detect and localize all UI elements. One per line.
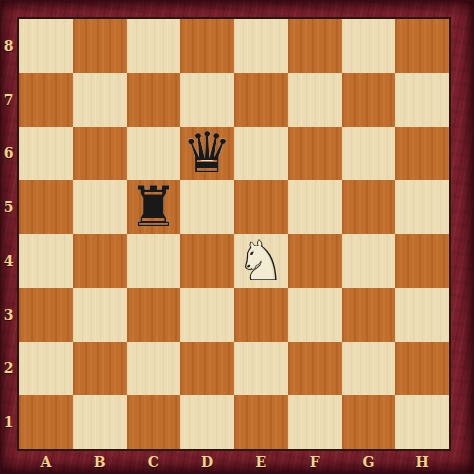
- square-e4[interactable]: ♞♘: [234, 234, 288, 288]
- square-f2[interactable]: [288, 342, 342, 396]
- square-d7[interactable]: [180, 73, 234, 127]
- square-g5[interactable]: [342, 180, 396, 234]
- rank-label-2: 2: [0, 342, 17, 396]
- square-b5[interactable]: [73, 180, 127, 234]
- file-labels: ABCDEFGH: [19, 451, 449, 472]
- file-label-e: E: [234, 451, 288, 472]
- square-a1[interactable]: [19, 395, 73, 449]
- square-c1[interactable]: [127, 395, 181, 449]
- square-e6[interactable]: [234, 127, 288, 181]
- square-b6[interactable]: [73, 127, 127, 181]
- file-label-g: G: [342, 451, 396, 472]
- white-knight-e4[interactable]: ♘: [234, 234, 288, 288]
- square-c6[interactable]: [127, 127, 181, 181]
- square-h2[interactable]: [395, 342, 449, 396]
- square-g2[interactable]: [342, 342, 396, 396]
- square-f6[interactable]: [288, 127, 342, 181]
- square-b7[interactable]: [73, 73, 127, 127]
- square-e1[interactable]: [234, 395, 288, 449]
- square-b2[interactable]: [73, 342, 127, 396]
- square-f4[interactable]: [288, 234, 342, 288]
- square-a7[interactable]: [19, 73, 73, 127]
- square-g1[interactable]: [342, 395, 396, 449]
- square-e8[interactable]: [234, 19, 288, 73]
- file-label-a: A: [19, 451, 73, 472]
- square-a2[interactable]: [19, 342, 73, 396]
- square-c5[interactable]: ♖♜: [127, 180, 181, 234]
- square-d4[interactable]: [180, 234, 234, 288]
- black-rook-c5[interactable]: ♜: [127, 180, 181, 234]
- square-h5[interactable]: [395, 180, 449, 234]
- square-f1[interactable]: [288, 395, 342, 449]
- file-label-f: F: [288, 451, 342, 472]
- square-h8[interactable]: [395, 19, 449, 73]
- square-h3[interactable]: [395, 288, 449, 342]
- square-f5[interactable]: [288, 180, 342, 234]
- square-e5[interactable]: [234, 180, 288, 234]
- rank-labels: 87654321: [0, 19, 17, 449]
- rank-label-3: 3: [0, 288, 17, 342]
- square-c8[interactable]: [127, 19, 181, 73]
- square-h6[interactable]: [395, 127, 449, 181]
- square-h4[interactable]: [395, 234, 449, 288]
- square-d2[interactable]: [180, 342, 234, 396]
- square-d3[interactable]: [180, 288, 234, 342]
- square-e3[interactable]: [234, 288, 288, 342]
- square-b4[interactable]: [73, 234, 127, 288]
- square-h1[interactable]: [395, 395, 449, 449]
- rank-label-8: 8: [0, 19, 17, 73]
- chess-board: ♕♛♖♜♞♘: [17, 17, 451, 451]
- rank-label-4: 4: [0, 234, 17, 288]
- square-b8[interactable]: [73, 19, 127, 73]
- square-c7[interactable]: [127, 73, 181, 127]
- square-a8[interactable]: [19, 19, 73, 73]
- square-g8[interactable]: [342, 19, 396, 73]
- square-a5[interactable]: [19, 180, 73, 234]
- file-label-c: C: [127, 451, 181, 472]
- square-d1[interactable]: [180, 395, 234, 449]
- file-label-d: D: [180, 451, 234, 472]
- square-b3[interactable]: [73, 288, 127, 342]
- square-a3[interactable]: [19, 288, 73, 342]
- square-d5[interactable]: [180, 180, 234, 234]
- square-f7[interactable]: [288, 73, 342, 127]
- square-c4[interactable]: [127, 234, 181, 288]
- rank-label-1: 1: [0, 395, 17, 449]
- square-f3[interactable]: [288, 288, 342, 342]
- rank-label-5: 5: [0, 180, 17, 234]
- square-h7[interactable]: [395, 73, 449, 127]
- square-g4[interactable]: [342, 234, 396, 288]
- square-a6[interactable]: [19, 127, 73, 181]
- rank-label-6: 6: [0, 127, 17, 181]
- rank-label-7: 7: [0, 73, 17, 127]
- square-d6[interactable]: ♕♛: [180, 127, 234, 181]
- square-g3[interactable]: [342, 288, 396, 342]
- square-c3[interactable]: [127, 288, 181, 342]
- square-g7[interactable]: [342, 73, 396, 127]
- chess-board-frame: ♕♛♖♜♞♘ 87654321 ABCDEFGH: [0, 0, 474, 474]
- square-e7[interactable]: [234, 73, 288, 127]
- file-label-b: B: [73, 451, 127, 472]
- file-label-h: H: [395, 451, 449, 472]
- square-b1[interactable]: [73, 395, 127, 449]
- square-a4[interactable]: [19, 234, 73, 288]
- square-e2[interactable]: [234, 342, 288, 396]
- square-d8[interactable]: [180, 19, 234, 73]
- square-c2[interactable]: [127, 342, 181, 396]
- square-g6[interactable]: [342, 127, 396, 181]
- black-queen-d6[interactable]: ♛: [180, 127, 234, 181]
- square-f8[interactable]: [288, 19, 342, 73]
